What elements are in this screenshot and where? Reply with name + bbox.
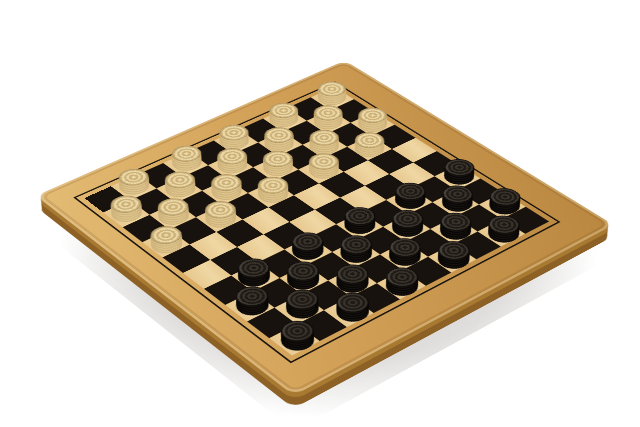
light-piece[interactable]: [105, 201, 147, 225]
draughts-board: [36, 60, 614, 395]
photo-stage: [0, 0, 640, 427]
dark-piece[interactable]: [274, 326, 320, 355]
square-d6[interactable]: [243, 207, 290, 234]
dark-piece[interactable]: [338, 213, 381, 238]
dark-piece[interactable]: [388, 188, 430, 212]
light-piece[interactable]: [205, 180, 247, 204]
square-a1[interactable]: [269, 324, 319, 355]
board-frame: [36, 60, 614, 395]
scene: [0, 0, 640, 427]
